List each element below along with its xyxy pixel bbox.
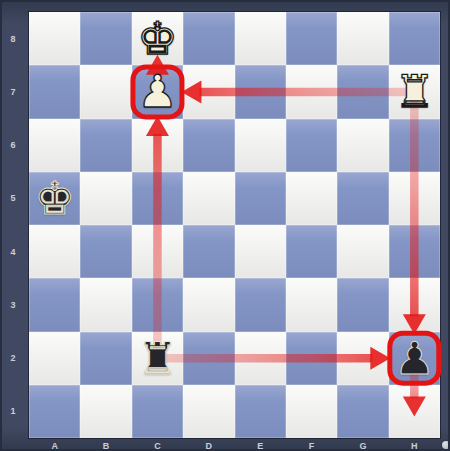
square-c4[interactable] xyxy=(132,225,183,278)
square-g5[interactable] xyxy=(337,172,388,225)
piece-black-rook-c2[interactable]: ♜ xyxy=(131,331,183,385)
rank-label-1: 1 xyxy=(3,406,23,416)
square-f5[interactable] xyxy=(286,172,337,225)
square-b7[interactable] xyxy=(80,65,131,118)
square-b5[interactable] xyxy=(80,172,131,225)
file-label-g: G xyxy=(353,441,373,451)
square-f7[interactable] xyxy=(286,65,337,118)
square-b8[interactable] xyxy=(80,12,131,65)
square-f6[interactable] xyxy=(286,119,337,172)
square-g6[interactable] xyxy=(337,119,388,172)
rank-label-7: 7 xyxy=(3,87,23,97)
file-label-f: F xyxy=(302,441,322,451)
square-g2[interactable] xyxy=(337,332,388,385)
square-e5[interactable] xyxy=(235,172,286,225)
rank-label-3: 3 xyxy=(3,300,23,310)
corner-dot xyxy=(442,441,450,449)
square-a1[interactable] xyxy=(29,385,80,438)
file-label-e: E xyxy=(250,441,270,451)
square-e1[interactable] xyxy=(235,385,286,438)
piece-black-king-a5[interactable]: ♚ xyxy=(29,171,81,225)
square-h5[interactable] xyxy=(389,172,440,225)
square-e3[interactable] xyxy=(235,278,286,331)
square-e2[interactable] xyxy=(235,332,286,385)
chess-diagram: ♚♟♜♚♜♟ 8 7 6 5 4 3 2 1 A B C D E F G H xyxy=(0,0,450,451)
square-h4[interactable] xyxy=(389,225,440,278)
rank-label-2: 2 xyxy=(3,353,23,363)
file-label-a: A xyxy=(45,441,65,451)
square-f1[interactable] xyxy=(286,385,337,438)
square-h3[interactable] xyxy=(389,278,440,331)
square-a2[interactable] xyxy=(29,332,80,385)
square-e4[interactable] xyxy=(235,225,286,278)
square-g3[interactable] xyxy=(337,278,388,331)
square-b4[interactable] xyxy=(80,225,131,278)
square-g7[interactable] xyxy=(337,65,388,118)
rank-label-8: 8 xyxy=(3,34,23,44)
square-c1[interactable] xyxy=(132,385,183,438)
rank-label-5: 5 xyxy=(3,193,23,203)
square-h1[interactable] xyxy=(389,385,440,438)
square-d1[interactable] xyxy=(183,385,234,438)
board xyxy=(29,12,440,438)
square-b3[interactable] xyxy=(80,278,131,331)
square-c6[interactable] xyxy=(132,119,183,172)
file-label-h: H xyxy=(404,441,424,451)
square-g4[interactable] xyxy=(337,225,388,278)
square-c3[interactable] xyxy=(132,278,183,331)
square-d5[interactable] xyxy=(183,172,234,225)
square-h6[interactable] xyxy=(389,119,440,172)
file-label-b: B xyxy=(96,441,116,451)
file-label-d: D xyxy=(199,441,219,451)
piece-white-king-c8[interactable]: ♚ xyxy=(131,12,183,66)
square-f8[interactable] xyxy=(286,12,337,65)
square-a8[interactable] xyxy=(29,12,80,65)
square-g1[interactable] xyxy=(337,385,388,438)
square-d3[interactable] xyxy=(183,278,234,331)
piece-white-pawn-c7[interactable]: ♟ xyxy=(131,65,183,119)
square-d6[interactable] xyxy=(183,119,234,172)
square-e7[interactable] xyxy=(235,65,286,118)
square-a3[interactable] xyxy=(29,278,80,331)
square-c5[interactable] xyxy=(132,172,183,225)
square-d7[interactable] xyxy=(183,65,234,118)
square-b6[interactable] xyxy=(80,119,131,172)
square-f2[interactable] xyxy=(286,332,337,385)
file-label-c: C xyxy=(147,441,167,451)
square-a6[interactable] xyxy=(29,119,80,172)
square-b2[interactable] xyxy=(80,332,131,385)
rank-label-6: 6 xyxy=(3,140,23,150)
square-f3[interactable] xyxy=(286,278,337,331)
square-d8[interactable] xyxy=(183,12,234,65)
square-a7[interactable] xyxy=(29,65,80,118)
square-d4[interactable] xyxy=(183,225,234,278)
square-a4[interactable] xyxy=(29,225,80,278)
piece-white-rook-h7[interactable]: ♜ xyxy=(388,65,440,119)
square-h8[interactable] xyxy=(389,12,440,65)
rank-label-4: 4 xyxy=(3,247,23,257)
square-e6[interactable] xyxy=(235,119,286,172)
square-f4[interactable] xyxy=(286,225,337,278)
square-d2[interactable] xyxy=(183,332,234,385)
square-g8[interactable] xyxy=(337,12,388,65)
square-b1[interactable] xyxy=(80,385,131,438)
piece-black-pawn-h2[interactable]: ♟ xyxy=(388,331,440,385)
square-e8[interactable] xyxy=(235,12,286,65)
